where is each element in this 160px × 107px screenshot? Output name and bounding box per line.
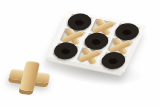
x-piece-shape (7, 59, 53, 93)
cell-2-2[interactable] (100, 52, 126, 69)
photo-background (0, 0, 160, 107)
loose-piece-x[interactable] (6, 55, 52, 95)
cell-2-1[interactable] (76, 47, 102, 64)
board-grid (53, 14, 141, 69)
cell-2-0[interactable] (53, 43, 79, 60)
